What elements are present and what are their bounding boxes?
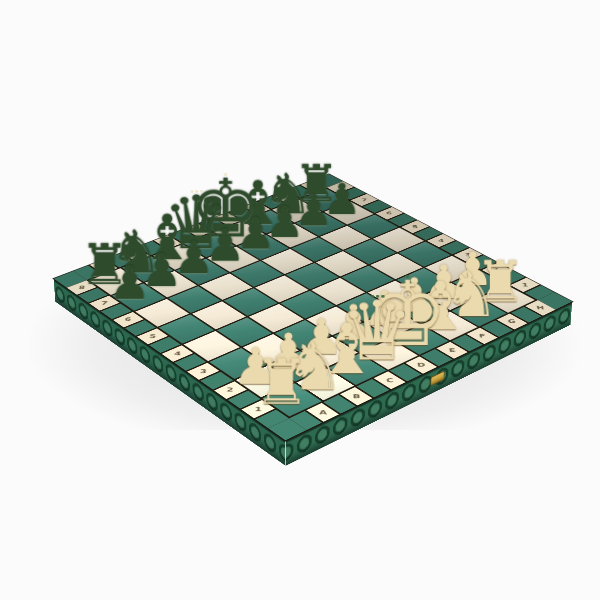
rank-label: 6 <box>386 211 392 215</box>
file-label: H <box>536 305 545 310</box>
file-label: F <box>254 206 260 210</box>
file-label: G <box>282 195 289 199</box>
photo-background: HGFEDCBAHGFEDCBA8765432187654321 ♜♟♟♜♞♟♟… <box>0 0 600 600</box>
brass-latch <box>430 371 444 387</box>
piece-white-rook: ♜ <box>253 355 309 411</box>
file-label: C <box>386 377 394 383</box>
file-label: E <box>449 347 456 353</box>
file-label: D <box>417 362 426 368</box>
chess-board: HGFEDCBAHGFEDCBA8765432187654321 ♜♟♟♜♞♟♟… <box>54 174 573 440</box>
file-label: F <box>479 333 486 339</box>
scene: HGFEDCBAHGFEDCBA8765432187654321 ♜♟♟♜♞♟♟… <box>0 0 600 600</box>
rank-label: 6 <box>124 317 131 322</box>
finial-accent: ••• <box>189 187 203 197</box>
file-label: B <box>353 393 361 399</box>
rank-label: 7 <box>101 301 108 306</box>
rank-label: 5 <box>411 224 417 228</box>
finial-accent: ✚ <box>220 166 230 178</box>
finial-accent: ••• <box>369 292 385 303</box>
finial-accent: ✚ <box>401 266 413 280</box>
file-label: H <box>310 184 317 188</box>
rank-label: 4 <box>174 351 181 357</box>
rank-label: 5 <box>149 333 156 339</box>
file-label: G <box>507 319 516 324</box>
file-label: A <box>319 409 327 415</box>
board-top: HGFEDCBAHGFEDCBA8765432187654321 ♜♟♟♜♞♟♟… <box>54 174 573 440</box>
rank-label: 8 <box>337 185 343 189</box>
playing-grid: ♜♟♟♜♞♟♟♞♝♟♟♝♚✚♟♟♚✚♛•••♟♟♛•••♝♟♟♝♞♟♟♞♜♟♟♜ <box>87 188 538 419</box>
file-label: E <box>225 217 231 221</box>
piece-black-pawn: ♟ <box>108 262 150 304</box>
rank-label: 7 <box>361 198 367 202</box>
rank-label: 4 <box>438 238 445 243</box>
file-label: D <box>194 228 202 232</box>
rank-label: 3 <box>200 368 207 374</box>
